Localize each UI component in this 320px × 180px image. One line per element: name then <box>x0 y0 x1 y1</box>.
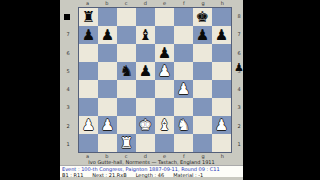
square-f6 <box>174 44 193 62</box>
square-a6 <box>79 44 98 62</box>
square-f2: ♞ <box>174 116 193 134</box>
square-c3 <box>117 98 136 116</box>
square-a2: ♟ <box>79 116 98 134</box>
square-h5 <box>212 62 231 80</box>
square-h4 <box>212 80 231 98</box>
square-c2 <box>117 116 136 134</box>
square-d6 <box>136 44 155 62</box>
square-a5 <box>79 62 98 80</box>
square-c7 <box>117 26 136 44</box>
file-label-a: a <box>78 0 97 7</box>
square-h8 <box>212 8 231 26</box>
square-e8 <box>155 8 174 26</box>
square-h7: ♟ <box>212 26 231 44</box>
square-d1 <box>136 134 155 152</box>
square-b1 <box>98 134 117 152</box>
file-label-g: g <box>194 0 213 7</box>
black-to-move-indicator <box>64 14 70 20</box>
square-a8: ♜ <box>79 8 98 26</box>
square-e5: ♟ <box>155 62 174 80</box>
square-h1 <box>212 134 231 152</box>
rank-label-1: 1 <box>231 135 247 153</box>
square-e4 <box>155 80 174 98</box>
square-e1 <box>155 134 174 152</box>
piece-black-rook: ♜ <box>82 10 95 25</box>
square-g6 <box>193 44 212 62</box>
file-label-e: e <box>155 0 174 7</box>
file-label-c: c <box>117 0 136 7</box>
file-label-h: h <box>213 0 232 7</box>
file-labels-top: abcdefgh <box>78 0 232 7</box>
rank-label-1: 1 <box>60 135 76 153</box>
piece-white-knight: ♞ <box>177 118 190 133</box>
square-g5 <box>193 62 212 80</box>
file-label-d: d <box>136 0 155 7</box>
stat-material: Material : -1 <box>173 172 203 178</box>
square-c8 <box>117 8 136 26</box>
square-a4 <box>79 80 98 98</box>
piece-black-pawn: ♟ <box>215 28 228 43</box>
rank-label-8: 8 <box>231 7 247 25</box>
square-f5 <box>174 62 193 80</box>
square-d7: ♝ <box>136 26 155 44</box>
square-b7: ♟ <box>98 26 117 44</box>
square-d3 <box>136 98 155 116</box>
stats-line: B1 : R11Next : 21.RxBLength : 46Material… <box>62 172 241 178</box>
square-b4 <box>98 80 117 98</box>
rank-label-5: 5 <box>60 62 76 80</box>
square-a7: ♟ <box>79 26 98 44</box>
square-c4 <box>117 80 136 98</box>
rank-label-2: 2 <box>60 117 76 135</box>
square-d5: ♟ <box>136 62 155 80</box>
piece-black-pawn: ♟ <box>139 64 152 79</box>
square-h3 <box>212 98 231 116</box>
piece-white-pawn: ♟ <box>101 118 114 133</box>
square-e3 <box>155 98 174 116</box>
square-a3 <box>79 98 98 116</box>
piece-black-pawn: ♟ <box>82 28 95 43</box>
rank-label-2: 2 <box>231 117 247 135</box>
square-c1: ♜ <box>117 134 136 152</box>
square-f7 <box>174 26 193 44</box>
square-e6: ♟ <box>155 44 174 62</box>
square-g3 <box>193 98 212 116</box>
stat-length: Length : 46 <box>136 172 164 178</box>
rank-label-4: 4 <box>231 80 247 98</box>
square-f3 <box>174 98 193 116</box>
rank-labels-left: 87654321 <box>60 7 76 153</box>
square-g4 <box>193 80 212 98</box>
square-f8 <box>174 8 193 26</box>
material-indicator-black-pawn-icon: ♟ <box>234 62 244 73</box>
square-g8: ♚ <box>193 8 212 26</box>
rank-label-3: 3 <box>231 98 247 116</box>
piece-black-bishop: ♝ <box>139 28 152 43</box>
file-label-b: b <box>97 0 116 7</box>
piece-white-rook: ♜ <box>120 136 133 151</box>
square-g2 <box>193 116 212 134</box>
file-label-f: f <box>174 0 193 7</box>
rank-labels-right: 87654321 <box>231 7 247 153</box>
square-b2: ♟ <box>98 116 117 134</box>
rank-label-7: 7 <box>60 25 76 43</box>
letterbox-right <box>243 0 320 180</box>
letterbox-left <box>0 0 60 180</box>
square-e2: ♝ <box>155 116 174 134</box>
square-b6 <box>98 44 117 62</box>
rank-label-3: 3 <box>60 98 76 116</box>
rank-label-6: 6 <box>60 44 76 62</box>
piece-white-king: ♚ <box>139 118 152 133</box>
caption-box: Event : 100-th Congress, Paignton 1887-0… <box>60 165 243 177</box>
piece-black-king: ♚ <box>196 10 209 25</box>
square-b5 <box>98 62 117 80</box>
square-d8 <box>136 8 155 26</box>
piece-black-pawn: ♟ <box>158 46 171 61</box>
square-c5: ♞ <box>117 62 136 80</box>
chess-diagram-panel: abcdefgh 87654321 ♜♚♟♟♝♟♟♟♞♟♟♟♟♟♚♝♞♟♜ 87… <box>60 0 243 180</box>
stat-next: Next : 21.RxB <box>92 172 126 178</box>
rank-label-6: 6 <box>231 44 247 62</box>
rank-label-7: 7 <box>231 25 247 43</box>
stat-b1: B1 : R11 <box>62 172 83 178</box>
square-g7: ♟ <box>193 26 212 44</box>
piece-white-pawn: ♟ <box>158 64 171 79</box>
square-c6 <box>117 44 136 62</box>
chess-board: ♜♚♟♟♝♟♟♟♞♟♟♟♟♟♚♝♞♟♜ <box>78 7 232 153</box>
piece-white-pawn: ♟ <box>177 82 190 97</box>
piece-black-pawn: ♟ <box>196 28 209 43</box>
piece-white-pawn: ♟ <box>82 118 95 133</box>
square-e7 <box>155 26 174 44</box>
square-d4 <box>136 80 155 98</box>
square-f1 <box>174 134 193 152</box>
square-d2: ♚ <box>136 116 155 134</box>
rank-label-4: 4 <box>60 80 76 98</box>
piece-black-pawn: ♟ <box>101 28 114 43</box>
piece-black-knight: ♞ <box>120 64 133 79</box>
square-f4: ♟ <box>174 80 193 98</box>
square-a1 <box>79 134 98 152</box>
square-h2: ♟ <box>212 116 231 134</box>
square-g1 <box>193 134 212 152</box>
square-h6 <box>212 44 231 62</box>
piece-white-bishop: ♝ <box>158 118 171 133</box>
square-b8 <box>98 8 117 26</box>
piece-white-pawn: ♟ <box>215 118 228 133</box>
square-b3 <box>98 98 117 116</box>
